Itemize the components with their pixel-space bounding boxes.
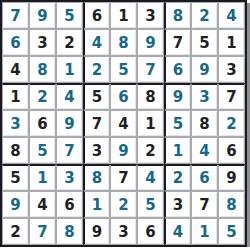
cell-r7c5[interactable]: 7	[110, 164, 137, 191]
cell-r3c5[interactable]: 5	[110, 56, 137, 83]
cell-r6c4[interactable]: 3	[83, 137, 110, 164]
cell-r9c5[interactable]: 3	[110, 218, 137, 245]
cell-r5c2[interactable]: 6	[29, 110, 56, 137]
cell-r9c1[interactable]: 2	[2, 218, 29, 245]
cell-r8c3[interactable]: 6	[56, 191, 83, 218]
cell-r7c4[interactable]: 8	[83, 164, 110, 191]
cell-r2c3[interactable]: 2	[56, 29, 83, 56]
cell-r9c7[interactable]: 4	[164, 218, 191, 245]
sudoku-frame: 7956138246324897514812576931245689373697…	[0, 0, 247, 247]
cell-r4c2[interactable]: 2	[29, 83, 56, 110]
cell-r7c9[interactable]: 9	[218, 164, 245, 191]
cell-r4c9[interactable]: 7	[218, 83, 245, 110]
cell-r4c7[interactable]: 9	[164, 83, 191, 110]
cell-r7c3[interactable]: 3	[56, 164, 83, 191]
cell-r1c7[interactable]: 8	[164, 2, 191, 29]
cell-r2c8[interactable]: 5	[191, 29, 218, 56]
cell-r3c8[interactable]: 9	[191, 56, 218, 83]
cell-r1c5[interactable]: 1	[110, 2, 137, 29]
cell-r1c9[interactable]: 4	[218, 2, 245, 29]
cell-r4c5[interactable]: 6	[110, 83, 137, 110]
cell-r2c1[interactable]: 6	[2, 29, 29, 56]
cell-r3c1[interactable]: 4	[2, 56, 29, 83]
sudoku-board: 7956138246324897514812576931245689373697…	[2, 2, 245, 245]
cell-r6c1[interactable]: 8	[2, 137, 29, 164]
cell-r4c4[interactable]: 5	[83, 83, 110, 110]
cell-r2c4[interactable]: 4	[83, 29, 110, 56]
cell-r4c3[interactable]: 4	[56, 83, 83, 110]
cell-r3c9[interactable]: 3	[218, 56, 245, 83]
cell-r1c3[interactable]: 5	[56, 2, 83, 29]
cell-r8c9[interactable]: 8	[218, 191, 245, 218]
cell-r5c4[interactable]: 7	[83, 110, 110, 137]
cell-r8c2[interactable]: 4	[29, 191, 56, 218]
cell-r5c8[interactable]: 8	[191, 110, 218, 137]
cell-r5c1[interactable]: 3	[2, 110, 29, 137]
cell-r8c8[interactable]: 7	[191, 191, 218, 218]
cell-r9c9[interactable]: 5	[218, 218, 245, 245]
cell-r1c4[interactable]: 6	[83, 2, 110, 29]
cell-r3c7[interactable]: 6	[164, 56, 191, 83]
cell-r6c3[interactable]: 7	[56, 137, 83, 164]
cell-r1c8[interactable]: 2	[191, 2, 218, 29]
cell-r6c2[interactable]: 5	[29, 137, 56, 164]
cell-r2c2[interactable]: 3	[29, 29, 56, 56]
cell-r3c6[interactable]: 7	[137, 56, 164, 83]
cell-r5c9[interactable]: 2	[218, 110, 245, 137]
cell-r1c1[interactable]: 7	[2, 2, 29, 29]
cell-r6c8[interactable]: 4	[191, 137, 218, 164]
cell-r9c3[interactable]: 8	[56, 218, 83, 245]
cell-r8c5[interactable]: 2	[110, 191, 137, 218]
cell-r9c8[interactable]: 1	[191, 218, 218, 245]
cell-r7c8[interactable]: 6	[191, 164, 218, 191]
cell-r7c2[interactable]: 1	[29, 164, 56, 191]
cell-r5c6[interactable]: 1	[137, 110, 164, 137]
cell-r6c9[interactable]: 6	[218, 137, 245, 164]
cell-r9c6[interactable]: 6	[137, 218, 164, 245]
cell-r2c6[interactable]: 9	[137, 29, 164, 56]
cell-r8c6[interactable]: 5	[137, 191, 164, 218]
cell-r8c1[interactable]: 9	[2, 191, 29, 218]
cell-r4c1[interactable]: 1	[2, 83, 29, 110]
cell-r8c4[interactable]: 1	[83, 191, 110, 218]
cell-r8c7[interactable]: 3	[164, 191, 191, 218]
cell-r6c6[interactable]: 2	[137, 137, 164, 164]
cell-r6c7[interactable]: 1	[164, 137, 191, 164]
cell-r7c6[interactable]: 4	[137, 164, 164, 191]
cell-r4c6[interactable]: 8	[137, 83, 164, 110]
cell-r7c1[interactable]: 5	[2, 164, 29, 191]
cell-r1c6[interactable]: 3	[137, 2, 164, 29]
cell-r2c7[interactable]: 7	[164, 29, 191, 56]
cell-r4c8[interactable]: 3	[191, 83, 218, 110]
cell-r5c5[interactable]: 4	[110, 110, 137, 137]
cell-r2c9[interactable]: 1	[218, 29, 245, 56]
cell-r1c2[interactable]: 9	[29, 2, 56, 29]
cell-r5c3[interactable]: 9	[56, 110, 83, 137]
cell-r6c5[interactable]: 9	[110, 137, 137, 164]
cell-r2c5[interactable]: 8	[110, 29, 137, 56]
cell-r9c4[interactable]: 9	[83, 218, 110, 245]
cell-r9c2[interactable]: 7	[29, 218, 56, 245]
cell-r3c3[interactable]: 1	[56, 56, 83, 83]
cell-r3c4[interactable]: 2	[83, 56, 110, 83]
cell-r5c7[interactable]: 5	[164, 110, 191, 137]
cell-r3c2[interactable]: 8	[29, 56, 56, 83]
cell-r7c7[interactable]: 2	[164, 164, 191, 191]
